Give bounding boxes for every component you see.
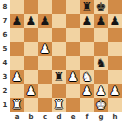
rank-label-7: 7: [0, 14, 10, 28]
square-e3[interactable]: ♟: [66, 70, 80, 84]
square-f1[interactable]: [80, 98, 94, 112]
square-b2[interactable]: ♟: [24, 84, 38, 98]
file-label-g: g: [94, 112, 108, 122]
piece-black-king: ♚: [96, 0, 107, 14]
square-h6[interactable]: [108, 28, 122, 42]
piece-white-pawn: ♟: [110, 84, 121, 98]
square-e5[interactable]: [66, 42, 80, 56]
square-c2[interactable]: [38, 84, 52, 98]
square-a5[interactable]: [10, 42, 24, 56]
file-label-d: d: [52, 112, 66, 122]
square-a4[interactable]: [10, 56, 24, 70]
piece-white-pawn: ♟: [82, 84, 93, 98]
square-h1[interactable]: [108, 98, 122, 112]
file-label-f: f: [80, 112, 94, 122]
file-label-e: e: [66, 112, 80, 122]
file-label-b: b: [24, 112, 38, 122]
piece-white-rook: ♜: [12, 98, 23, 112]
piece-white-pawn: ♟: [26, 84, 37, 98]
square-c7[interactable]: ♟: [38, 14, 52, 28]
square-c4[interactable]: [38, 56, 52, 70]
piece-white-pawn: ♟: [96, 84, 107, 98]
square-e6[interactable]: [66, 28, 80, 42]
square-f3[interactable]: ♞: [80, 70, 94, 84]
square-h4[interactable]: [108, 56, 122, 70]
rank-label-8: 8: [0, 0, 10, 14]
square-e7[interactable]: [66, 14, 80, 28]
piece-black-pawn: ♟: [110, 14, 121, 28]
piece-black-pawn: ♟: [82, 14, 93, 28]
square-g8[interactable]: ♚: [94, 0, 108, 14]
piece-white-pawn: ♟: [40, 42, 51, 56]
rank-label-5: 5: [0, 42, 10, 56]
square-c5[interactable]: ♟: [38, 42, 52, 56]
square-d7[interactable]: [52, 14, 66, 28]
piece-black-pawn: ♟: [40, 14, 51, 28]
square-h7[interactable]: ♟: [108, 14, 122, 28]
piece-black-pawn: ♟: [12, 14, 23, 28]
rank-label-4: 4: [0, 56, 10, 70]
piece-black-pawn: ♟: [96, 14, 107, 28]
piece-white-rook: ♜: [54, 98, 65, 112]
square-h8[interactable]: [108, 0, 122, 14]
square-e2[interactable]: [66, 84, 80, 98]
square-b1[interactable]: [24, 98, 38, 112]
square-f6[interactable]: [80, 28, 94, 42]
piece-white-king: ♚: [96, 98, 107, 112]
square-f5[interactable]: [80, 42, 94, 56]
piece-black-pawn: ♟: [26, 14, 37, 28]
square-b8[interactable]: [24, 0, 38, 14]
piece-white-knight: ♞: [82, 70, 93, 84]
file-label-a: a: [10, 112, 24, 122]
piece-white-pawn: ♟: [68, 70, 79, 84]
square-d8[interactable]: [52, 0, 66, 14]
square-d5[interactable]: [52, 42, 66, 56]
square-b3[interactable]: [24, 70, 38, 84]
square-a6[interactable]: [10, 28, 24, 42]
square-a2[interactable]: [10, 84, 24, 98]
piece-black-rook: ♜: [54, 70, 65, 84]
rank-label-2: 2: [0, 84, 10, 98]
square-e1[interactable]: [66, 98, 80, 112]
square-h2[interactable]: ♟: [108, 84, 122, 98]
piece-black-rook: ♜: [82, 0, 93, 14]
square-g7[interactable]: ♟: [94, 14, 108, 28]
square-g4[interactable]: ♞: [94, 56, 108, 70]
file-label-c: c: [38, 112, 52, 122]
square-b6[interactable]: [24, 28, 38, 42]
square-h3[interactable]: [108, 70, 122, 84]
rank-label-3: 3: [0, 70, 10, 84]
square-e4[interactable]: [66, 56, 80, 70]
file-label-h: h: [108, 112, 122, 122]
square-b5[interactable]: [24, 42, 38, 56]
square-h5[interactable]: [108, 42, 122, 56]
square-b7[interactable]: ♟: [24, 14, 38, 28]
square-c6[interactable]: [38, 28, 52, 42]
square-c1[interactable]: [38, 98, 52, 112]
square-a8[interactable]: [10, 0, 24, 14]
piece-black-knight: ♞: [96, 56, 107, 70]
square-d3[interactable]: ♜: [52, 70, 66, 84]
square-g3[interactable]: [94, 70, 108, 84]
square-f7[interactable]: ♟: [80, 14, 94, 28]
square-d2[interactable]: [52, 84, 66, 98]
square-a1[interactable]: ♜: [10, 98, 24, 112]
piece-white-pawn: ♟: [12, 70, 23, 84]
square-a3[interactable]: ♟: [10, 70, 24, 84]
square-f8[interactable]: ♜: [80, 0, 94, 14]
rank-label-1: 1: [0, 98, 10, 112]
square-e8[interactable]: [66, 0, 80, 14]
square-b4[interactable]: [24, 56, 38, 70]
square-a7[interactable]: ♟: [10, 14, 24, 28]
square-c8[interactable]: [38, 0, 52, 14]
square-f2[interactable]: ♟: [80, 84, 94, 98]
chess-board-diagram: 8♜♚7♟♟♟♟♟♟65♟4♞3♟♜♟♞2♟♟♟♟1♜♜♚abcdefgh: [0, 0, 122, 122]
rank-label-6: 6: [0, 28, 10, 42]
square-g2[interactable]: ♟: [94, 84, 108, 98]
square-f4[interactable]: [80, 56, 94, 70]
square-c3[interactable]: [38, 70, 52, 84]
corner-spacer: [0, 112, 10, 122]
square-d6[interactable]: [52, 28, 66, 42]
square-d1[interactable]: ♜: [52, 98, 66, 112]
square-g6[interactable]: [94, 28, 108, 42]
square-g1[interactable]: ♚: [94, 98, 108, 112]
square-d4[interactable]: [52, 56, 66, 70]
square-g5[interactable]: [94, 42, 108, 56]
